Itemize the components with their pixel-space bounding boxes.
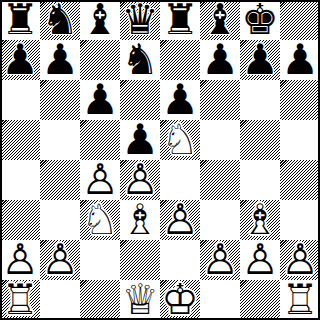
black-piece-glyph: ♟: [160, 80, 200, 120]
black-pawn[interactable]: ♟: [120, 120, 160, 160]
square-g4[interactable]: [240, 160, 280, 200]
black-piece-glyph: ♜: [160, 0, 200, 40]
black-piece-glyph: ♞: [40, 0, 80, 40]
square-a2[interactable]: ♟♙: [0, 240, 40, 280]
black-piece-glyph: ♟: [280, 40, 320, 80]
square-a5[interactable]: [0, 120, 40, 160]
square-c5[interactable]: [80, 120, 120, 160]
square-h4[interactable]: [280, 160, 320, 200]
square-b3[interactable]: [40, 200, 80, 240]
square-c6[interactable]: ♟: [80, 80, 120, 120]
white-pawn[interactable]: ♟♙: [80, 160, 120, 200]
white-knight[interactable]: ♞♘: [160, 120, 200, 160]
black-pawn[interactable]: ♟: [80, 80, 120, 120]
white-rook[interactable]: ♜♖: [0, 280, 40, 320]
white-bishop[interactable]: ♝♗: [120, 200, 160, 240]
white-rook[interactable]: ♜♖: [280, 280, 320, 320]
square-a6[interactable]: [0, 80, 40, 120]
square-d5[interactable]: ♟: [120, 120, 160, 160]
square-a1[interactable]: ♜♖: [0, 280, 40, 320]
black-pawn[interactable]: ♟: [40, 40, 80, 80]
white-pawn[interactable]: ♟♙: [0, 240, 40, 280]
square-g8[interactable]: ♚: [240, 0, 280, 40]
black-piece-glyph: ♟: [240, 40, 280, 80]
square-f4[interactable]: [200, 160, 240, 200]
square-a4[interactable]: [0, 160, 40, 200]
square-g6[interactable]: [240, 80, 280, 120]
square-d2[interactable]: [120, 240, 160, 280]
black-piece-glyph: ♞: [120, 40, 160, 80]
white-piece-outline: ♙: [0, 240, 40, 280]
square-d8[interactable]: ♛: [120, 0, 160, 40]
square-d1[interactable]: ♛♕: [120, 280, 160, 320]
square-d7[interactable]: ♞: [120, 40, 160, 80]
black-bishop[interactable]: ♝: [200, 0, 240, 40]
white-pawn[interactable]: ♟♙: [200, 240, 240, 280]
white-pawn[interactable]: ♟♙: [240, 240, 280, 280]
white-piece-outline: ♙: [200, 240, 240, 280]
square-f1[interactable]: [200, 280, 240, 320]
black-piece-glyph: ♚: [240, 0, 280, 40]
square-c4[interactable]: ♟♙: [80, 160, 120, 200]
white-piece-outline: ♗: [240, 200, 280, 240]
square-h7[interactable]: ♟: [280, 40, 320, 80]
black-pawn[interactable]: ♟: [0, 40, 40, 80]
square-f6[interactable]: [200, 80, 240, 120]
white-piece-outline: ♙: [240, 240, 280, 280]
white-knight[interactable]: ♞♘: [80, 200, 120, 240]
black-piece-glyph: ♟: [0, 40, 40, 80]
black-piece-glyph: ♜: [0, 0, 40, 40]
square-a3[interactable]: [0, 200, 40, 240]
white-piece-outline: ♙: [40, 240, 80, 280]
white-piece-outline: ♘: [80, 200, 120, 240]
white-piece-outline: ♙: [120, 160, 160, 200]
white-pawn[interactable]: ♟♙: [280, 240, 320, 280]
black-piece-glyph: ♟: [200, 40, 240, 80]
square-b7[interactable]: ♟: [40, 40, 80, 80]
white-piece-outline: ♙: [80, 160, 120, 200]
square-h8[interactable]: [280, 0, 320, 40]
square-d3[interactable]: ♝♗: [120, 200, 160, 240]
white-piece-outline: ♕: [120, 280, 160, 320]
square-h3[interactable]: [280, 200, 320, 240]
white-piece-outline: ♙: [160, 200, 200, 240]
black-piece-glyph: ♝: [80, 0, 120, 40]
chess-board: ♜♞♝♛♜♝♚♟♟♞♟♟♟♟♟♟♞♘♟♙♟♙♞♘♝♗♟♙♝♗♟♙♟♙♟♙♟♙♟♙…: [0, 0, 320, 320]
square-e5[interactable]: ♞♘: [160, 120, 200, 160]
black-piece-glyph: ♛: [120, 0, 160, 40]
square-c2[interactable]: [80, 240, 120, 280]
square-f5[interactable]: [200, 120, 240, 160]
square-b4[interactable]: [40, 160, 80, 200]
black-knight[interactable]: ♞: [40, 0, 80, 40]
square-h5[interactable]: [280, 120, 320, 160]
square-d6[interactable]: [120, 80, 160, 120]
black-pawn[interactable]: ♟: [200, 40, 240, 80]
square-e4[interactable]: [160, 160, 200, 200]
square-h2[interactable]: ♟♙: [280, 240, 320, 280]
square-a7[interactable]: ♟: [0, 40, 40, 80]
square-e3[interactable]: ♟♙: [160, 200, 200, 240]
square-b1[interactable]: [40, 280, 80, 320]
black-pawn[interactable]: ♟: [160, 80, 200, 120]
square-g7[interactable]: ♟: [240, 40, 280, 80]
square-g5[interactable]: [240, 120, 280, 160]
white-pawn[interactable]: ♟♙: [120, 160, 160, 200]
white-piece-outline: ♘: [160, 120, 200, 160]
square-e1[interactable]: ♚♔: [160, 280, 200, 320]
square-c7[interactable]: [80, 40, 120, 80]
square-b2[interactable]: ♟♙: [40, 240, 80, 280]
black-pawn[interactable]: ♟: [280, 40, 320, 80]
square-a8[interactable]: ♜: [0, 0, 40, 40]
square-g2[interactable]: ♟♙: [240, 240, 280, 280]
black-pawn[interactable]: ♟: [240, 40, 280, 80]
square-e2[interactable]: [160, 240, 200, 280]
square-f7[interactable]: ♟: [200, 40, 240, 80]
black-piece-glyph: ♟: [80, 80, 120, 120]
square-e7[interactable]: [160, 40, 200, 80]
square-d4[interactable]: ♟♙: [120, 160, 160, 200]
white-piece-outline: ♔: [160, 280, 200, 320]
board-grid: ♜♞♝♛♜♝♚♟♟♞♟♟♟♟♟♟♞♘♟♙♟♙♞♘♝♗♟♙♝♗♟♙♟♙♟♙♟♙♟♙…: [0, 0, 320, 320]
black-piece-glyph: ♝: [200, 0, 240, 40]
white-piece-outline: ♗: [120, 200, 160, 240]
white-queen[interactable]: ♛♕: [120, 280, 160, 320]
black-rook[interactable]: ♜: [0, 0, 40, 40]
black-knight[interactable]: ♞: [120, 40, 160, 80]
square-b6[interactable]: [40, 80, 80, 120]
black-piece-glyph: ♟: [40, 40, 80, 80]
square-c8[interactable]: ♝: [80, 0, 120, 40]
square-g1[interactable]: [240, 280, 280, 320]
square-f2[interactable]: ♟♙: [200, 240, 240, 280]
black-queen[interactable]: ♛: [120, 0, 160, 40]
square-f3[interactable]: [200, 200, 240, 240]
black-rook[interactable]: ♜: [160, 0, 200, 40]
white-piece-outline: ♖: [0, 280, 40, 320]
square-h6[interactable]: [280, 80, 320, 120]
square-e8[interactable]: ♜: [160, 0, 200, 40]
white-piece-outline: ♖: [280, 280, 320, 320]
square-e6[interactable]: ♟: [160, 80, 200, 120]
square-c3[interactable]: ♞♘: [80, 200, 120, 240]
black-bishop[interactable]: ♝: [80, 0, 120, 40]
square-h1[interactable]: ♜♖: [280, 280, 320, 320]
white-pawn[interactable]: ♟♙: [40, 240, 80, 280]
square-b5[interactable]: [40, 120, 80, 160]
black-king[interactable]: ♚: [240, 0, 280, 40]
square-c1[interactable]: [80, 280, 120, 320]
white-piece-outline: ♙: [280, 240, 320, 280]
square-g3[interactable]: ♝♗: [240, 200, 280, 240]
white-pawn[interactable]: ♟♙: [160, 200, 200, 240]
square-f8[interactable]: ♝: [200, 0, 240, 40]
white-king[interactable]: ♚♔: [160, 280, 200, 320]
white-bishop[interactable]: ♝♗: [240, 200, 280, 240]
black-piece-glyph: ♟: [120, 120, 160, 160]
square-b8[interactable]: ♞: [40, 0, 80, 40]
